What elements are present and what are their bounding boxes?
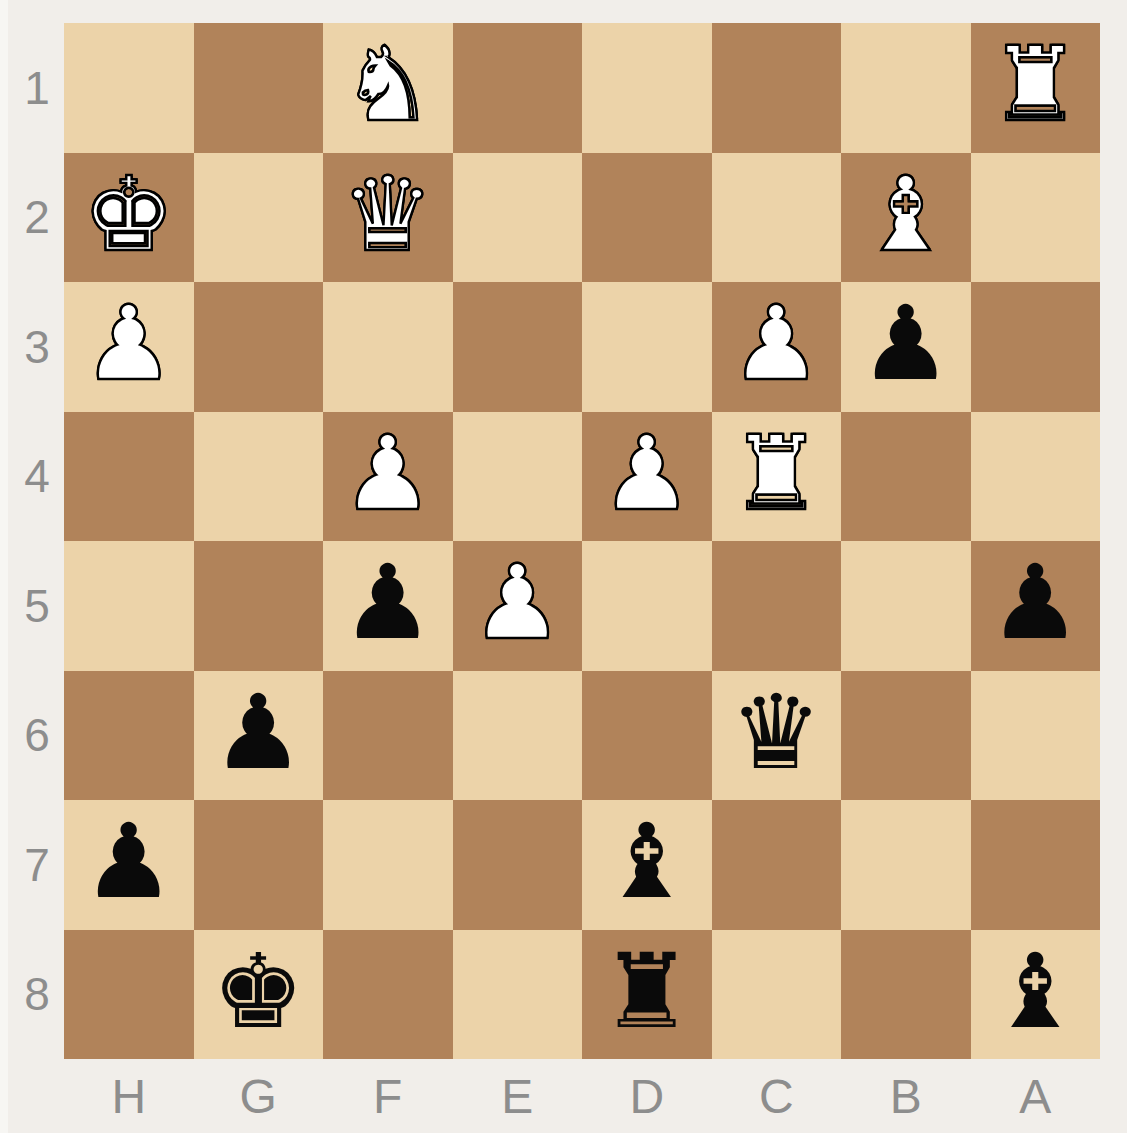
square-d1[interactable] [582, 23, 712, 153]
square-g6[interactable]: ♟ [194, 671, 324, 801]
square-b1[interactable] [841, 23, 971, 153]
rank-label-8: 8 [0, 930, 64, 1060]
square-h5[interactable] [64, 541, 194, 671]
square-b4[interactable] [841, 412, 971, 542]
square-f7[interactable] [323, 800, 453, 930]
black-bishop-a8[interactable]: ♝ [989, 940, 1081, 1043]
square-c5[interactable] [712, 541, 842, 671]
square-d5[interactable] [582, 541, 712, 671]
square-f2[interactable]: ♛ [323, 153, 453, 283]
file-label-f: F [323, 1059, 453, 1133]
black-queen-c6[interactable]: ♛ [730, 681, 822, 784]
square-h7[interactable]: ♟ [64, 800, 194, 930]
square-b3[interactable]: ♟ [841, 282, 971, 412]
square-c8[interactable] [712, 930, 842, 1060]
black-pawn-g6[interactable]: ♟ [212, 681, 304, 784]
rank-labels: 12345678 [0, 23, 64, 1059]
square-e1[interactable] [453, 23, 583, 153]
file-label-a: A [971, 1059, 1101, 1133]
square-f1[interactable]: ♞ [323, 23, 453, 153]
black-pawn-a5[interactable]: ♟ [989, 551, 1081, 654]
white-knight-f1[interactable]: ♞ [342, 33, 434, 136]
black-pawn-b3[interactable]: ♟ [860, 292, 952, 395]
rank-label-4: 4 [0, 412, 64, 542]
black-pawn-h7[interactable]: ♟ [83, 810, 175, 913]
file-label-g: G [194, 1059, 324, 1133]
square-h6[interactable] [64, 671, 194, 801]
square-f6[interactable] [323, 671, 453, 801]
square-e3[interactable] [453, 282, 583, 412]
square-d6[interactable] [582, 671, 712, 801]
square-a2[interactable] [971, 153, 1101, 283]
square-g8[interactable]: ♚ [194, 930, 324, 1060]
square-g3[interactable] [194, 282, 324, 412]
file-label-b: B [841, 1059, 971, 1133]
white-rook-c4[interactable]: ♜ [730, 422, 822, 525]
square-e8[interactable] [453, 930, 583, 1060]
square-c3[interactable]: ♟ [712, 282, 842, 412]
square-e4[interactable] [453, 412, 583, 542]
black-rook-d8[interactable]: ♜ [601, 940, 693, 1043]
square-f8[interactable] [323, 930, 453, 1060]
square-c2[interactable] [712, 153, 842, 283]
rank-label-6: 6 [0, 671, 64, 801]
square-e5[interactable]: ♟ [453, 541, 583, 671]
chess-board[interactable]: ♞♜♚♛♝♟♟♟♟♟♜♟♟♟♟♛♟♝♚♜♝ [64, 23, 1100, 1059]
square-g5[interactable] [194, 541, 324, 671]
white-bishop-b2[interactable]: ♝ [860, 163, 952, 266]
square-e6[interactable] [453, 671, 583, 801]
square-a8[interactable]: ♝ [971, 930, 1101, 1060]
square-e7[interactable] [453, 800, 583, 930]
white-pawn-f4[interactable]: ♟ [342, 422, 434, 525]
square-a1[interactable]: ♜ [971, 23, 1101, 153]
chess-diagram: 12345678 ♞♜♚♛♝♟♟♟♟♟♜♟♟♟♟♛♟♝♚♜♝ HGFEDCBA [0, 0, 1127, 1133]
black-pawn-f5[interactable]: ♟ [342, 551, 434, 654]
file-label-d: D [582, 1059, 712, 1133]
square-h2[interactable]: ♚ [64, 153, 194, 283]
square-h8[interactable] [64, 930, 194, 1060]
square-c4[interactable]: ♜ [712, 412, 842, 542]
square-a7[interactable] [971, 800, 1101, 930]
square-a4[interactable] [971, 412, 1101, 542]
square-h4[interactable] [64, 412, 194, 542]
square-e2[interactable] [453, 153, 583, 283]
rank-label-3: 3 [0, 282, 64, 412]
black-bishop-d7[interactable]: ♝ [601, 810, 693, 913]
rank-label-2: 2 [0, 153, 64, 283]
square-b2[interactable]: ♝ [841, 153, 971, 283]
file-labels: HGFEDCBA [64, 1059, 1100, 1133]
square-b7[interactable] [841, 800, 971, 930]
square-f5[interactable]: ♟ [323, 541, 453, 671]
square-a5[interactable]: ♟ [971, 541, 1101, 671]
square-b5[interactable] [841, 541, 971, 671]
square-g1[interactable] [194, 23, 324, 153]
white-pawn-c3[interactable]: ♟ [730, 292, 822, 395]
square-d4[interactable]: ♟ [582, 412, 712, 542]
square-c6[interactable]: ♛ [712, 671, 842, 801]
rank-label-7: 7 [0, 800, 64, 930]
square-g2[interactable] [194, 153, 324, 283]
square-d3[interactable] [582, 282, 712, 412]
file-label-c: C [712, 1059, 842, 1133]
square-h1[interactable] [64, 23, 194, 153]
square-h3[interactable]: ♟ [64, 282, 194, 412]
square-f3[interactable] [323, 282, 453, 412]
file-label-h: H [64, 1059, 194, 1133]
square-c7[interactable] [712, 800, 842, 930]
white-king-h2[interactable]: ♚ [83, 163, 175, 266]
square-d8[interactable]: ♜ [582, 930, 712, 1060]
square-a6[interactable] [971, 671, 1101, 801]
square-g4[interactable] [194, 412, 324, 542]
white-queen-f2[interactable]: ♛ [342, 163, 434, 266]
square-d7[interactable]: ♝ [582, 800, 712, 930]
square-g7[interactable] [194, 800, 324, 930]
square-b6[interactable] [841, 671, 971, 801]
black-king-g8[interactable]: ♚ [212, 940, 304, 1043]
square-b8[interactable] [841, 930, 971, 1060]
white-pawn-e5[interactable]: ♟ [471, 551, 563, 654]
file-label-e: E [453, 1059, 583, 1133]
white-pawn-h3[interactable]: ♟ [83, 292, 175, 395]
white-pawn-d4[interactable]: ♟ [601, 422, 693, 525]
square-d2[interactable] [582, 153, 712, 283]
rank-label-5: 5 [0, 541, 64, 671]
square-c1[interactable] [712, 23, 842, 153]
square-a3[interactable] [971, 282, 1101, 412]
white-rook-a1[interactable]: ♜ [989, 33, 1081, 136]
rank-label-1: 1 [0, 23, 64, 153]
square-f4[interactable]: ♟ [323, 412, 453, 542]
